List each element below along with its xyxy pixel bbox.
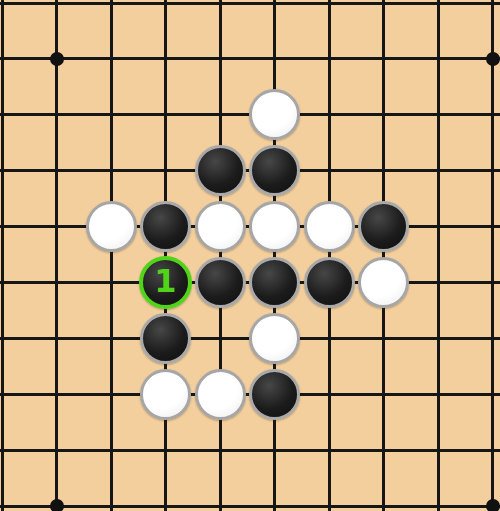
- intersection-c5-r1[interactable]: [247, 31, 302, 87]
- intersection-grid: 1: [0, 0, 500, 511]
- intersection-c7-r0[interactable]: [356, 0, 411, 31]
- intersection-c8-r5[interactable]: [411, 255, 466, 311]
- intersection-c7-r2[interactable]: [356, 87, 411, 143]
- intersection-c6-r8[interactable]: [302, 422, 357, 478]
- intersection-c0-r6[interactable]: [0, 310, 29, 366]
- intersection-c2-r8[interactable]: [84, 422, 139, 478]
- intersection-c6-r0[interactable]: [302, 0, 357, 31]
- intersection-c4-r6[interactable]: [193, 310, 248, 366]
- move-number-label: 1: [154, 265, 176, 297]
- intersection-c8-r8[interactable]: [411, 422, 466, 478]
- intersection-c7-r3[interactable]: [356, 143, 411, 199]
- intersection-c1-r4[interactable]: [29, 199, 84, 255]
- white-stone: [304, 201, 355, 252]
- intersection-c4-r1[interactable]: [193, 31, 248, 87]
- intersection-c0-r2[interactable]: [0, 87, 29, 143]
- black-stone: [249, 257, 300, 308]
- intersection-c6-r6[interactable]: [302, 310, 357, 366]
- intersection-c0-r4[interactable]: [0, 199, 29, 255]
- intersection-c7-r4[interactable]: [356, 199, 411, 255]
- white-stone: [358, 257, 409, 308]
- intersection-c2-r9[interactable]: [84, 478, 139, 511]
- intersection-c0-r5[interactable]: [0, 255, 29, 311]
- black-stone: [249, 369, 300, 420]
- intersection-c5-r6[interactable]: [247, 310, 302, 366]
- intersection-c9-r6[interactable]: [465, 310, 500, 366]
- intersection-c6-r3[interactable]: [302, 143, 357, 199]
- black-stone-marked-move: 1: [139, 256, 192, 309]
- intersection-c9-r0[interactable]: [465, 0, 500, 31]
- intersection-c7-r9[interactable]: [356, 478, 411, 511]
- intersection-c5-r5[interactable]: [247, 255, 302, 311]
- intersection-c0-r3[interactable]: [0, 143, 29, 199]
- intersection-c6-r9[interactable]: [302, 478, 357, 511]
- intersection-c3-r4[interactable]: [138, 199, 193, 255]
- intersection-c2-r7[interactable]: [84, 366, 139, 422]
- intersection-c6-r2[interactable]: [302, 87, 357, 143]
- intersection-c3-r7[interactable]: [138, 366, 193, 422]
- intersection-c8-r3[interactable]: [411, 143, 466, 199]
- intersection-c9-r8[interactable]: [465, 422, 500, 478]
- intersection-c0-r1[interactable]: [0, 31, 29, 87]
- black-stone: [304, 257, 355, 308]
- white-stone: [140, 369, 191, 420]
- intersection-c0-r0[interactable]: [0, 0, 29, 31]
- intersection-c6-r5[interactable]: [302, 255, 357, 311]
- intersection-c2-r6[interactable]: [84, 310, 139, 366]
- intersection-c1-r5[interactable]: [29, 255, 84, 311]
- intersection-c3-r3[interactable]: [138, 143, 193, 199]
- intersection-c4-r0[interactable]: [193, 0, 248, 31]
- intersection-c8-r6[interactable]: [411, 310, 466, 366]
- intersection-c4-r9[interactable]: [193, 478, 248, 511]
- intersection-c8-r7[interactable]: [411, 366, 466, 422]
- black-stone: [249, 145, 300, 196]
- intersection-c7-r8[interactable]: [356, 422, 411, 478]
- intersection-c5-r8[interactable]: [247, 422, 302, 478]
- intersection-c3-r2[interactable]: [138, 87, 193, 143]
- intersection-c3-r0[interactable]: [138, 0, 193, 31]
- intersection-c1-r8[interactable]: [29, 422, 84, 478]
- black-stone: [140, 201, 191, 252]
- intersection-c6-r1[interactable]: [302, 31, 357, 87]
- intersection-c2-r0[interactable]: [84, 0, 139, 31]
- intersection-c2-r1[interactable]: [84, 31, 139, 87]
- intersection-c1-r1[interactable]: [29, 31, 84, 87]
- intersection-c5-r9[interactable]: [247, 478, 302, 511]
- white-stone: [249, 89, 300, 140]
- intersection-c9-r2[interactable]: [465, 87, 500, 143]
- intersection-c4-r5[interactable]: [193, 255, 248, 311]
- intersection-c5-r3[interactable]: [247, 143, 302, 199]
- intersection-c0-r9[interactable]: [0, 478, 29, 511]
- intersection-c8-r9[interactable]: [411, 478, 466, 511]
- black-stone: [195, 145, 246, 196]
- intersection-c5-r4[interactable]: [247, 199, 302, 255]
- white-stone: [195, 369, 246, 420]
- intersection-c8-r1[interactable]: [411, 31, 466, 87]
- intersection-c4-r3[interactable]: [193, 143, 248, 199]
- intersection-c6-r4[interactable]: [302, 199, 357, 255]
- intersection-c9-r5[interactable]: [465, 255, 500, 311]
- intersection-c2-r2[interactable]: [84, 87, 139, 143]
- intersection-c9-r7[interactable]: [465, 366, 500, 422]
- intersection-c4-r2[interactable]: [193, 87, 248, 143]
- black-stone: [358, 201, 409, 252]
- intersection-c6-r7[interactable]: [302, 366, 357, 422]
- intersection-c9-r9[interactable]: [465, 478, 500, 511]
- intersection-c2-r4[interactable]: [84, 199, 139, 255]
- intersection-c4-r7[interactable]: [193, 366, 248, 422]
- white-stone: [249, 313, 300, 364]
- intersection-c4-r8[interactable]: [193, 422, 248, 478]
- intersection-c8-r0[interactable]: [411, 0, 466, 31]
- intersection-c1-r6[interactable]: [29, 310, 84, 366]
- go-board[interactable]: 1: [0, 0, 500, 511]
- intersection-c3-r5[interactable]: 1: [138, 255, 193, 311]
- white-stone: [86, 201, 137, 252]
- intersection-c9-r4[interactable]: [465, 199, 500, 255]
- intersection-c0-r8[interactable]: [0, 422, 29, 478]
- intersection-c9-r1[interactable]: [465, 31, 500, 87]
- intersection-c7-r7[interactable]: [356, 366, 411, 422]
- intersection-c7-r1[interactable]: [356, 31, 411, 87]
- intersection-c4-r4[interactable]: [193, 199, 248, 255]
- intersection-c1-r7[interactable]: [29, 366, 84, 422]
- intersection-c1-r2[interactable]: [29, 87, 84, 143]
- intersection-c7-r6[interactable]: [356, 310, 411, 366]
- intersection-c5-r2[interactable]: [247, 87, 302, 143]
- intersection-c1-r9[interactable]: [29, 478, 84, 511]
- intersection-c3-r6[interactable]: [138, 310, 193, 366]
- intersection-c3-r8[interactable]: [138, 422, 193, 478]
- intersection-c5-r7[interactable]: [247, 366, 302, 422]
- intersection-c3-r9[interactable]: [138, 478, 193, 511]
- black-stone: [140, 313, 191, 364]
- intersection-c8-r2[interactable]: [411, 87, 466, 143]
- intersection-c2-r3[interactable]: [84, 143, 139, 199]
- white-stone: [195, 201, 246, 252]
- intersection-c0-r7[interactable]: [0, 366, 29, 422]
- intersection-c7-r5[interactable]: [356, 255, 411, 311]
- intersection-c8-r4[interactable]: [411, 199, 466, 255]
- intersection-c5-r0[interactable]: [247, 0, 302, 31]
- intersection-c1-r0[interactable]: [29, 0, 84, 31]
- intersection-c9-r3[interactable]: [465, 143, 500, 199]
- white-stone: [249, 201, 300, 252]
- intersection-c1-r3[interactable]: [29, 143, 84, 199]
- black-stone: [195, 257, 246, 308]
- intersection-c2-r5[interactable]: [84, 255, 139, 311]
- intersection-c3-r1[interactable]: [138, 31, 193, 87]
